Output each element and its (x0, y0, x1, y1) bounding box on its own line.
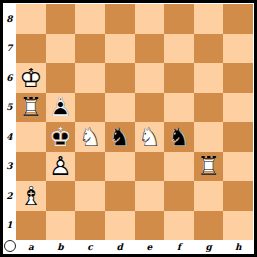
square-b7[interactable] (46, 34, 76, 64)
square-g3[interactable]: ♜♖ (194, 152, 224, 182)
square-b6[interactable] (46, 63, 76, 93)
square-f4[interactable]: ♞♘ (164, 122, 194, 152)
square-b2[interactable] (46, 181, 76, 211)
square-h6[interactable] (223, 63, 253, 93)
square-f7[interactable] (164, 34, 194, 64)
white-to-move-indicator (4, 240, 16, 252)
square-g8[interactable] (194, 4, 224, 34)
square-a6[interactable]: ♚♔ (16, 63, 46, 93)
square-f5[interactable] (164, 93, 194, 123)
square-h2[interactable] (223, 181, 253, 211)
black-king-b4[interactable]: ♚♔ (46, 122, 76, 152)
square-g5[interactable] (194, 93, 224, 123)
white-bishop-a2[interactable]: ♝♗ (16, 181, 46, 211)
knight-icon-outline: ♘ (167, 124, 190, 150)
diagram-inner: 87654321 ♚♔♜♖♟♙♚♔♞♘♞♘♞♘♞♘♟♙♜♖♝♗ abcdefgh (3, 3, 254, 254)
square-d7[interactable] (105, 34, 135, 64)
white-knight-e4[interactable]: ♞♘ (135, 122, 165, 152)
square-d1[interactable] (105, 211, 135, 241)
square-b8[interactable] (46, 4, 76, 34)
square-e6[interactable] (135, 63, 165, 93)
square-a2[interactable]: ♝♗ (16, 181, 46, 211)
white-pawn-b3[interactable]: ♟♙ (46, 152, 76, 182)
rank-label-8: 8 (3, 4, 16, 34)
square-f1[interactable] (164, 211, 194, 241)
file-label-d: d (105, 240, 135, 253)
square-c6[interactable] (75, 63, 105, 93)
square-h3[interactable] (223, 152, 253, 182)
square-g1[interactable] (194, 211, 224, 241)
black-pawn-b5[interactable]: ♟♙ (46, 93, 76, 123)
rank-label-3: 3 (3, 152, 16, 182)
square-c4[interactable]: ♞♘ (75, 122, 105, 152)
square-c1[interactable] (75, 211, 105, 241)
rook-icon-outline: ♖ (19, 94, 42, 120)
rank-label-2: 2 (3, 181, 16, 211)
square-e4[interactable]: ♞♘ (135, 122, 165, 152)
square-c2[interactable] (75, 181, 105, 211)
square-e1[interactable] (135, 211, 165, 241)
white-rook-g3[interactable]: ♜♖ (194, 152, 224, 182)
square-f2[interactable] (164, 181, 194, 211)
square-b5[interactable]: ♟♙ (46, 93, 76, 123)
rank-label-1: 1 (3, 211, 16, 241)
file-labels: abcdefgh (16, 240, 253, 253)
file-label-f: f (164, 240, 194, 253)
square-a8[interactable] (16, 4, 46, 34)
square-h1[interactable] (223, 211, 253, 241)
square-h7[interactable] (223, 34, 253, 64)
square-g6[interactable] (194, 63, 224, 93)
rank-labels: 87654321 (3, 4, 16, 240)
square-a4[interactable] (16, 122, 46, 152)
black-knight-d4[interactable]: ♞♘ (105, 122, 135, 152)
square-b4[interactable]: ♚♔ (46, 122, 76, 152)
file-label-a: a (16, 240, 46, 253)
white-king-a6[interactable]: ♚♔ (16, 63, 46, 93)
square-h4[interactable] (223, 122, 253, 152)
file-label-c: c (75, 240, 105, 253)
square-d6[interactable] (105, 63, 135, 93)
white-rook-a5[interactable]: ♜♖ (16, 93, 46, 123)
square-b3[interactable]: ♟♙ (46, 152, 76, 182)
rank-label-6: 6 (3, 63, 16, 93)
king-icon-outline: ♔ (49, 124, 72, 150)
square-g2[interactable] (194, 181, 224, 211)
square-f3[interactable] (164, 152, 194, 182)
square-c8[interactable] (75, 4, 105, 34)
bishop-icon-outline: ♗ (19, 183, 42, 209)
square-f8[interactable] (164, 4, 194, 34)
file-label-e: e (135, 240, 165, 253)
square-d5[interactable] (105, 93, 135, 123)
knight-icon-outline: ♘ (78, 124, 101, 150)
square-d8[interactable] (105, 4, 135, 34)
square-a7[interactable] (16, 34, 46, 64)
square-c5[interactable] (75, 93, 105, 123)
white-knight-c4[interactable]: ♞♘ (75, 122, 105, 152)
knight-icon-outline: ♘ (138, 124, 161, 150)
square-h8[interactable] (223, 4, 253, 34)
square-g7[interactable] (194, 34, 224, 64)
square-c3[interactable] (75, 152, 105, 182)
chess-board: ♚♔♜♖♟♙♚♔♞♘♞♘♞♘♞♘♟♙♜♖♝♗ (16, 4, 253, 240)
square-a5[interactable]: ♜♖ (16, 93, 46, 123)
rank-label-4: 4 (3, 122, 16, 152)
file-label-b: b (46, 240, 76, 253)
rank-label-7: 7 (3, 34, 16, 64)
chess-diagram: 87654321 ♚♔♜♖♟♙♚♔♞♘♞♘♞♘♞♘♟♙♜♖♝♗ abcdefgh (0, 0, 257, 257)
square-d4[interactable]: ♞♘ (105, 122, 135, 152)
square-g4[interactable] (194, 122, 224, 152)
king-icon-outline: ♔ (19, 65, 42, 91)
square-d2[interactable] (105, 181, 135, 211)
knight-icon-outline: ♘ (108, 124, 131, 150)
square-e8[interactable] (135, 4, 165, 34)
square-b1[interactable] (46, 211, 76, 241)
file-label-h: h (223, 240, 253, 253)
square-e2[interactable] (135, 181, 165, 211)
square-e5[interactable] (135, 93, 165, 123)
pawn-icon-outline: ♙ (49, 94, 72, 120)
square-c7[interactable] (75, 34, 105, 64)
square-e7[interactable] (135, 34, 165, 64)
square-a3[interactable] (16, 152, 46, 182)
file-label-g: g (194, 240, 224, 253)
square-a1[interactable] (16, 211, 46, 241)
square-d3[interactable] (105, 152, 135, 182)
rank-label-5: 5 (3, 93, 16, 123)
square-f6[interactable] (164, 63, 194, 93)
square-e3[interactable] (135, 152, 165, 182)
pawn-icon-outline: ♙ (49, 153, 72, 179)
black-knight-f4[interactable]: ♞♘ (164, 122, 194, 152)
rook-icon-outline: ♖ (197, 153, 220, 179)
square-h5[interactable] (223, 93, 253, 123)
